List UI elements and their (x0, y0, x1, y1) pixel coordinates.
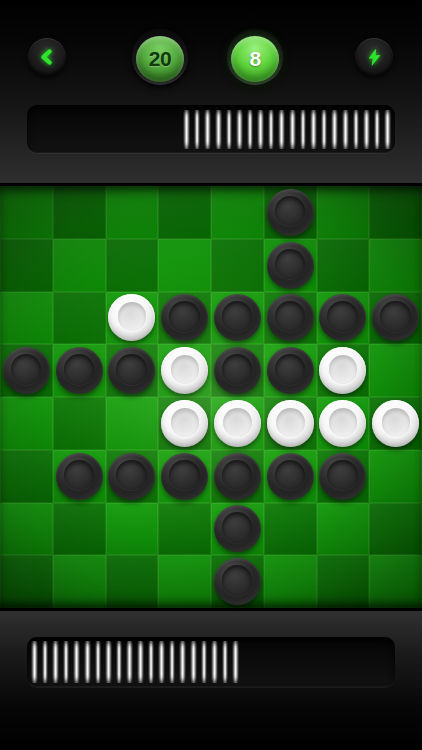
black-disc: ● (214, 347, 261, 394)
meter-stripe (247, 110, 254, 149)
meter-stripe (126, 641, 133, 683)
cell-r5c8[interactable]: ● (369, 397, 422, 450)
meter-stripe (331, 110, 338, 149)
cell-r7c4[interactable] (158, 503, 211, 556)
cell-r6c5[interactable]: ● (211, 450, 264, 503)
cell-r5c3[interactable] (106, 397, 159, 450)
othello-board: ●●●●●●●●●●●●●●●●●●●●●●●●●●●● (0, 186, 422, 608)
cell-r7c5[interactable]: ● (211, 503, 264, 556)
black-disc: ● (267, 294, 314, 341)
cell-r1c1[interactable] (0, 186, 53, 239)
white-disc: ● (161, 347, 208, 394)
cell-r1c6[interactable]: ● (264, 186, 317, 239)
bottom-meter-stripes (31, 641, 239, 683)
meter-stripe (289, 110, 296, 149)
othello-app-screen: 20 8 ●●●●●●●●●●●●●●●●●●●●●●●●●●●● (0, 0, 422, 750)
meter-stripe (137, 641, 144, 683)
cell-r1c8[interactable] (369, 186, 422, 239)
cell-r4c6[interactable]: ● (264, 344, 317, 397)
top-progress-meter (27, 105, 395, 153)
cell-r6c7[interactable]: ● (317, 450, 370, 503)
meter-stripe (116, 641, 123, 683)
black-disc: ● (267, 189, 314, 236)
meter-stripe (169, 641, 176, 683)
meter-stripe (226, 110, 233, 149)
cell-r3c7[interactable]: ● (317, 292, 370, 345)
meter-stripe (342, 110, 349, 149)
meter-stripe (211, 641, 218, 683)
meter-stripe (158, 641, 165, 683)
cell-r4c8[interactable] (369, 344, 422, 397)
black-disc: ● (267, 453, 314, 500)
cell-r8c1[interactable] (0, 555, 53, 608)
meter-stripe (84, 641, 91, 683)
meter-stripe (374, 110, 381, 149)
meter-stripe (215, 110, 222, 149)
black-disc: ● (214, 505, 261, 552)
meter-stripe (222, 641, 229, 683)
meter-stripe (179, 641, 186, 683)
meter-stripe (31, 641, 38, 683)
black-disc: ● (214, 453, 261, 500)
black-disc: ● (267, 347, 314, 394)
cell-r5c5[interactable]: ● (211, 397, 264, 450)
meter-stripe (183, 110, 190, 149)
cell-r6c8[interactable] (369, 450, 422, 503)
meter-stripe (42, 641, 49, 683)
white-score-value: 8 (231, 36, 279, 82)
cell-r8c7[interactable] (317, 555, 370, 608)
black-disc: ● (108, 347, 155, 394)
cell-r5c4[interactable]: ● (158, 397, 211, 450)
cell-r6c4[interactable]: ● (158, 450, 211, 503)
meter-stripe (384, 110, 391, 149)
white-disc: ● (267, 400, 314, 447)
white-score-button[interactable]: 8 (227, 29, 283, 85)
cell-r6c1[interactable] (0, 450, 53, 503)
black-disc: ● (214, 294, 261, 341)
black-disc: ● (161, 294, 208, 341)
cell-r7c1[interactable] (0, 503, 53, 556)
back-button[interactable] (28, 38, 66, 76)
cell-r5c1[interactable] (0, 397, 53, 450)
cell-r4c3[interactable]: ● (106, 344, 159, 397)
chevron-left-icon (39, 49, 55, 65)
meter-stripe (73, 641, 80, 683)
cell-r7c3[interactable] (106, 503, 159, 556)
cell-r8c3[interactable] (106, 555, 159, 608)
meter-stripe (194, 110, 201, 149)
top-meter-stripes (183, 110, 391, 149)
cell-r3c3[interactable]: ● (106, 292, 159, 345)
cell-r5c2[interactable] (53, 397, 106, 450)
black-disc: ● (56, 347, 103, 394)
meter-stripe (148, 641, 155, 683)
cell-r2c8[interactable] (369, 239, 422, 292)
cell-r3c2[interactable] (53, 292, 106, 345)
cell-r4c5[interactable]: ● (211, 344, 264, 397)
black-disc: ● (319, 294, 366, 341)
cell-r2c6[interactable]: ● (264, 239, 317, 292)
cell-r1c3[interactable] (106, 186, 159, 239)
bottom-panel (0, 611, 422, 750)
white-disc: ● (214, 400, 261, 447)
cell-r1c2[interactable] (53, 186, 106, 239)
board-grid: ●●●●●●●●●●●●●●●●●●●●●●●●●●●● (0, 186, 422, 608)
cell-r8c6[interactable] (264, 555, 317, 608)
cell-r6c3[interactable]: ● (106, 450, 159, 503)
meter-stripe (321, 110, 328, 149)
cell-r3c1[interactable] (0, 292, 53, 345)
meter-stripe (204, 110, 211, 149)
cell-r3c4[interactable]: ● (158, 292, 211, 345)
cell-r8c2[interactable] (53, 555, 106, 608)
black-disc: ● (3, 347, 50, 394)
cell-r6c2[interactable]: ● (53, 450, 106, 503)
cell-r8c5[interactable]: ● (211, 555, 264, 608)
meter-stripe (278, 110, 285, 149)
cell-r6c6[interactable]: ● (264, 450, 317, 503)
meter-stripe (268, 110, 275, 149)
cell-r2c7[interactable] (317, 239, 370, 292)
cell-r3c6[interactable]: ● (264, 292, 317, 345)
meter-stripe (363, 110, 370, 149)
cell-r4c4[interactable]: ● (158, 344, 211, 397)
meter-stripe (236, 110, 243, 149)
lightning-bolt-icon (367, 49, 382, 66)
white-disc: ● (372, 400, 419, 447)
cell-r5c7[interactable]: ● (317, 397, 370, 450)
meter-stripe (353, 110, 360, 149)
lightning-button[interactable] (355, 38, 393, 76)
cell-r3c8[interactable]: ● (369, 292, 422, 345)
black-disc: ● (161, 453, 208, 500)
black-disc: ● (319, 453, 366, 500)
meter-stripe (300, 110, 307, 149)
cell-r4c7[interactable]: ● (317, 344, 370, 397)
meter-stripe (201, 641, 208, 683)
cell-r7c7[interactable] (317, 503, 370, 556)
white-disc: ● (161, 400, 208, 447)
black-disc: ● (372, 294, 419, 341)
cell-r2c1[interactable] (0, 239, 53, 292)
cell-r1c4[interactable] (158, 186, 211, 239)
white-disc: ● (108, 294, 155, 341)
white-disc: ● (319, 347, 366, 394)
cell-r2c5[interactable] (211, 239, 264, 292)
bottom-progress-meter (27, 637, 395, 687)
cell-r7c2[interactable] (53, 503, 106, 556)
cell-r2c4[interactable] (158, 239, 211, 292)
cell-r4c2[interactable]: ● (53, 344, 106, 397)
meter-stripe (310, 110, 317, 149)
black-score-button[interactable]: 20 (132, 29, 188, 85)
cell-r8c8[interactable] (369, 555, 422, 608)
cell-r2c3[interactable] (106, 239, 159, 292)
black-disc: ● (56, 453, 103, 500)
cell-r5c6[interactable]: ● (264, 397, 317, 450)
meter-stripe (190, 641, 197, 683)
cell-r3c5[interactable]: ● (211, 292, 264, 345)
black-disc: ● (267, 242, 314, 289)
cell-r4c1[interactable]: ● (0, 344, 53, 397)
black-disc: ● (214, 558, 261, 605)
white-disc: ● (319, 400, 366, 447)
meter-stripe (63, 641, 70, 683)
meter-stripe (105, 641, 112, 683)
black-disc: ● (108, 453, 155, 500)
meter-stripe (232, 641, 239, 683)
cell-r1c5[interactable] (211, 186, 264, 239)
cell-r7c8[interactable] (369, 503, 422, 556)
cell-r8c4[interactable] (158, 555, 211, 608)
black-score-value: 20 (136, 36, 184, 82)
top-panel: 20 8 (0, 0, 422, 183)
cell-r2c2[interactable] (53, 239, 106, 292)
meter-stripe (95, 641, 102, 683)
cell-r1c7[interactable] (317, 186, 370, 239)
cell-r7c6[interactable] (264, 503, 317, 556)
meter-stripe (257, 110, 264, 149)
meter-stripe (52, 641, 59, 683)
